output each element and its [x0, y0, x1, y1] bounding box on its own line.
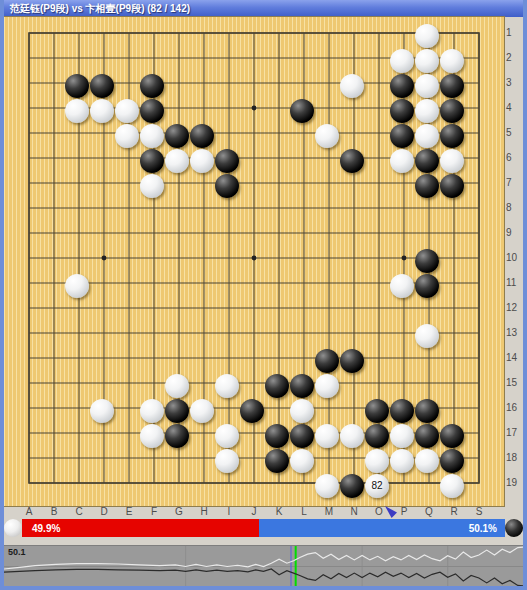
board-cell [217, 96, 242, 121]
board-cell [242, 271, 267, 296]
board-cell [292, 71, 317, 96]
board-cell [392, 371, 417, 396]
board-cell [217, 196, 242, 221]
stone-black [440, 174, 464, 198]
row-label: 16 [506, 402, 524, 413]
board-cell [367, 296, 392, 321]
board-cell [442, 446, 467, 471]
stone-white [390, 424, 414, 448]
board-cell [217, 471, 242, 496]
board-cell [92, 421, 117, 446]
column-label: Q [417, 506, 441, 517]
board-cell [367, 221, 392, 246]
board-cell [192, 396, 217, 421]
board-cell [417, 346, 442, 371]
board-cell [467, 146, 492, 171]
stone-white [65, 99, 89, 123]
board-cell [317, 121, 342, 146]
board-cell [317, 146, 342, 171]
board-cell [367, 146, 392, 171]
board-cell [142, 121, 167, 146]
stone-white [140, 124, 164, 148]
stone-black [165, 424, 189, 448]
board-cell [142, 471, 167, 496]
board-cell [92, 221, 117, 246]
winrate-graph-canvas [4, 546, 523, 587]
title-bar[interactable]: 范廷钰(P9段) vs 卞相壹(P9段) (82 / 142) [4, 0, 523, 17]
board-cell [17, 146, 42, 171]
board-cell [67, 471, 92, 496]
stone-white [415, 74, 439, 98]
stone-white [390, 449, 414, 473]
board-cell [342, 46, 367, 71]
stone-black [340, 349, 364, 373]
stone-white [165, 149, 189, 173]
board-cell [117, 146, 142, 171]
board-cell [292, 471, 317, 496]
board-cell [117, 221, 142, 246]
board-cell [417, 246, 442, 271]
stone-white [315, 424, 339, 448]
white-stone-icon [4, 519, 22, 537]
board-cell [142, 346, 167, 371]
board-cell [42, 171, 67, 196]
board-cell [167, 146, 192, 171]
board-cell [192, 346, 217, 371]
stone-black [215, 174, 239, 198]
board-cell [342, 471, 367, 496]
board-cell [217, 271, 242, 296]
board-cell [317, 271, 342, 296]
board-cell [467, 221, 492, 246]
board-cell [167, 421, 192, 446]
board-cell [192, 21, 217, 46]
board-cell [342, 221, 367, 246]
board-cell [67, 446, 92, 471]
board-cell [267, 46, 292, 71]
board-cell [217, 171, 242, 196]
board-cell [267, 396, 292, 421]
board-cell [167, 21, 192, 46]
stone-white [390, 149, 414, 173]
board-cell [292, 121, 317, 146]
board-cell [417, 471, 442, 496]
board-cell [442, 421, 467, 446]
board-cell [42, 321, 67, 346]
window-title: 范廷钰(P9段) vs 卞相壹(P9段) (82 / 142) [10, 3, 190, 14]
board-cell [67, 371, 92, 396]
board-cell [417, 21, 442, 46]
board-cell [392, 146, 417, 171]
board-cell [442, 471, 467, 496]
stone-white [140, 399, 164, 423]
board-cell [342, 171, 367, 196]
board-cell [17, 21, 42, 46]
row-label: 17 [506, 427, 524, 438]
stone-white [140, 424, 164, 448]
board-cell [167, 396, 192, 421]
stone-white [415, 324, 439, 348]
stone-white [315, 474, 339, 498]
stone-black [265, 424, 289, 448]
board-cell [17, 346, 42, 371]
stone-black [165, 399, 189, 423]
column-label: R [442, 506, 466, 517]
stone-white [290, 449, 314, 473]
stone-black [340, 149, 364, 173]
board-cell [392, 421, 417, 446]
board-cell [342, 421, 367, 446]
board-cell [267, 371, 292, 396]
board-cell [167, 246, 192, 271]
row-label: 1 [506, 27, 524, 38]
board-cell [92, 21, 117, 46]
column-label: O [367, 506, 391, 517]
board-cell [317, 371, 342, 396]
board-cell [392, 171, 417, 196]
winrate-graph[interactable]: 50.1 [4, 545, 523, 587]
stone-white [440, 149, 464, 173]
board-cell [67, 71, 92, 96]
board-cell [217, 346, 242, 371]
board-cell [467, 446, 492, 471]
board-cell [242, 321, 267, 346]
board-cell [117, 196, 142, 221]
row-label: 11 [506, 277, 524, 288]
board-cell [417, 71, 442, 96]
board-cell [192, 321, 217, 346]
winrate-bar: 49.9% 50.1% [4, 519, 523, 537]
board-cell [142, 421, 167, 446]
graph-current-value: 50.1 [8, 547, 26, 557]
board-cell [117, 246, 142, 271]
board-cell [417, 146, 442, 171]
board-cell [192, 371, 217, 396]
board-cell [217, 296, 242, 321]
board-cell [242, 346, 267, 371]
board-cell [292, 246, 317, 271]
stone-black [440, 124, 464, 148]
board-cell [392, 46, 417, 71]
board-cell [42, 446, 67, 471]
column-label: F [142, 506, 166, 517]
stone-black [390, 99, 414, 123]
board-cell [417, 396, 442, 421]
board-cell [242, 146, 267, 171]
board-cell [392, 346, 417, 371]
row-label: 8 [506, 202, 524, 213]
board-cell [167, 196, 192, 221]
board-cell [392, 71, 417, 96]
stones-layer: 82 [17, 21, 492, 496]
board-cell [142, 46, 167, 71]
board-cell [267, 146, 292, 171]
board-cell [217, 371, 242, 396]
board-cell [467, 171, 492, 196]
board-cell [92, 271, 117, 296]
board-cell [467, 271, 492, 296]
board-cell [242, 71, 267, 96]
board-cell [392, 296, 417, 321]
black-winrate-label: 50.1% [469, 523, 497, 534]
board-cell [267, 471, 292, 496]
board-cell [342, 246, 367, 271]
board-cell [292, 421, 317, 446]
stone-white [190, 149, 214, 173]
stone-black [365, 399, 389, 423]
stone-black [265, 449, 289, 473]
board-cell [42, 46, 67, 71]
board-cell [92, 196, 117, 221]
board-cell [292, 321, 317, 346]
board-cell [417, 446, 442, 471]
board-cell [267, 121, 292, 146]
board-cell [67, 271, 92, 296]
stone-white [115, 124, 139, 148]
board-cell [267, 171, 292, 196]
board-cell [167, 346, 192, 371]
board-cell [442, 146, 467, 171]
board-cell [242, 221, 267, 246]
board-cell [467, 296, 492, 321]
board-cell [417, 321, 442, 346]
stone-black [340, 474, 364, 498]
board-cell [167, 96, 192, 121]
board-cell [392, 446, 417, 471]
board-cell [42, 271, 67, 296]
board-cell [292, 196, 317, 221]
board-cell [317, 96, 342, 121]
stone-black [315, 349, 339, 373]
row-label: 18 [506, 452, 524, 463]
board-cell [142, 196, 167, 221]
board-cell [317, 396, 342, 421]
column-label: C [67, 506, 91, 517]
board-cell [367, 171, 392, 196]
board-cell [242, 246, 267, 271]
board-cell [467, 71, 492, 96]
board-cell [117, 346, 142, 371]
board-cell [342, 71, 367, 96]
board-cell [167, 171, 192, 196]
stone-black [440, 99, 464, 123]
board-cell [42, 221, 67, 246]
board-cell [467, 396, 492, 421]
stone-white [90, 399, 114, 423]
stone-black [390, 399, 414, 423]
row-label: 13 [506, 327, 524, 338]
board-cell [467, 21, 492, 46]
board-cell [17, 121, 42, 146]
board-cell [392, 246, 417, 271]
board-cell [42, 96, 67, 121]
row-label: 3 [506, 77, 524, 88]
row-label: 12 [506, 302, 524, 313]
board-cell [67, 21, 92, 46]
board-cell [42, 196, 67, 221]
board-cell [42, 21, 67, 46]
board-cell [342, 446, 367, 471]
stone-black [365, 424, 389, 448]
board-cell [167, 296, 192, 321]
board-cell [17, 371, 42, 396]
board-cell [117, 446, 142, 471]
board-cell [442, 121, 467, 146]
move-number-label: 82 [371, 481, 382, 491]
board-cell [367, 271, 392, 296]
board-cell [367, 121, 392, 146]
stone-white [440, 49, 464, 73]
board-cell [142, 271, 167, 296]
row-label: 15 [506, 377, 524, 388]
board-cell [342, 21, 367, 46]
board-cell: 82 [367, 471, 392, 496]
stone-white [215, 374, 239, 398]
stone-black [415, 174, 439, 198]
board-cell [342, 346, 367, 371]
board-cell [142, 96, 167, 121]
stone-white [415, 124, 439, 148]
board-cell [67, 396, 92, 421]
board-cell [467, 371, 492, 396]
board-cell [42, 471, 67, 496]
board-cell [417, 421, 442, 446]
stone-black [190, 124, 214, 148]
board-cell [192, 46, 217, 71]
stone-white [140, 174, 164, 198]
board-cell [442, 71, 467, 96]
column-label: G [167, 506, 191, 517]
board-cell [317, 71, 342, 96]
board-cell [242, 121, 267, 146]
board-cell [17, 196, 42, 221]
stone-black [240, 399, 264, 423]
board-cell [342, 121, 367, 146]
board-cell [317, 196, 342, 221]
board-cell [317, 421, 342, 446]
board-cell [292, 396, 317, 421]
board-cell [467, 421, 492, 446]
board-cell [92, 346, 117, 371]
board-cell [42, 421, 67, 446]
stone-black [265, 374, 289, 398]
board-cell [292, 146, 317, 171]
board-cell [342, 271, 367, 296]
row-label: 4 [506, 102, 524, 113]
row-label: 19 [506, 477, 524, 488]
board-cell [442, 321, 467, 346]
board-cell [192, 296, 217, 321]
board-cell [217, 421, 242, 446]
board-cell [367, 71, 392, 96]
stone-white [190, 399, 214, 423]
board-cell [442, 221, 467, 246]
board-cell [367, 396, 392, 421]
stone-black [390, 74, 414, 98]
board-cell [367, 246, 392, 271]
board-cell [192, 171, 217, 196]
board-cell [242, 446, 267, 471]
black-stone-icon [505, 519, 523, 537]
board-cell [142, 146, 167, 171]
column-label: E [117, 506, 141, 517]
board-cell [417, 371, 442, 396]
board-cell [217, 71, 242, 96]
board-cell [117, 296, 142, 321]
board-cell [342, 146, 367, 171]
board-cell [217, 246, 242, 271]
board-cell [317, 21, 342, 46]
board-cell [292, 221, 317, 246]
board-cell [67, 46, 92, 71]
stone-white [315, 374, 339, 398]
board-cell [417, 171, 442, 196]
board-cell [292, 96, 317, 121]
board-cell [467, 321, 492, 346]
board-cell [242, 21, 267, 46]
stone-white [115, 99, 139, 123]
board-cell [267, 96, 292, 121]
board-cell [292, 171, 317, 196]
board-cell [317, 321, 342, 346]
board-cell [92, 71, 117, 96]
board-cell [317, 471, 342, 496]
board-cell [417, 221, 442, 246]
board-cell [142, 396, 167, 421]
board-cell [467, 246, 492, 271]
column-label: P [392, 506, 416, 517]
black-winrate-segment: 50.1% [259, 519, 505, 537]
board-cell [192, 121, 217, 146]
row-label: 10 [506, 252, 524, 263]
board-cell [17, 421, 42, 446]
board-cell [242, 96, 267, 121]
go-board[interactable]: 82 [4, 17, 504, 506]
board-cell [117, 396, 142, 421]
board-cell [67, 121, 92, 146]
board-cell [467, 471, 492, 496]
board-cell [17, 171, 42, 196]
stone-black [290, 374, 314, 398]
board-cell [192, 96, 217, 121]
board-cell [142, 321, 167, 346]
stone-white [340, 74, 364, 98]
board-cell [142, 296, 167, 321]
board-cell [392, 96, 417, 121]
board-cell [17, 471, 42, 496]
board-cell [367, 421, 392, 446]
board-cell [167, 321, 192, 346]
board-cell [117, 171, 142, 196]
row-label: 5 [506, 127, 524, 138]
board-cell [342, 371, 367, 396]
board-cell [192, 446, 217, 471]
board-cell [92, 246, 117, 271]
board-cell [317, 446, 342, 471]
column-label: M [317, 506, 341, 517]
row-label: 9 [506, 227, 524, 238]
board-cell [67, 421, 92, 446]
board-cell [442, 21, 467, 46]
board-cell [92, 321, 117, 346]
column-label: J [242, 506, 266, 517]
board-cell [92, 121, 117, 146]
board-cell [117, 471, 142, 496]
board-cell [92, 471, 117, 496]
board-cell [92, 446, 117, 471]
stone-white [215, 424, 239, 448]
board-cell [17, 71, 42, 96]
